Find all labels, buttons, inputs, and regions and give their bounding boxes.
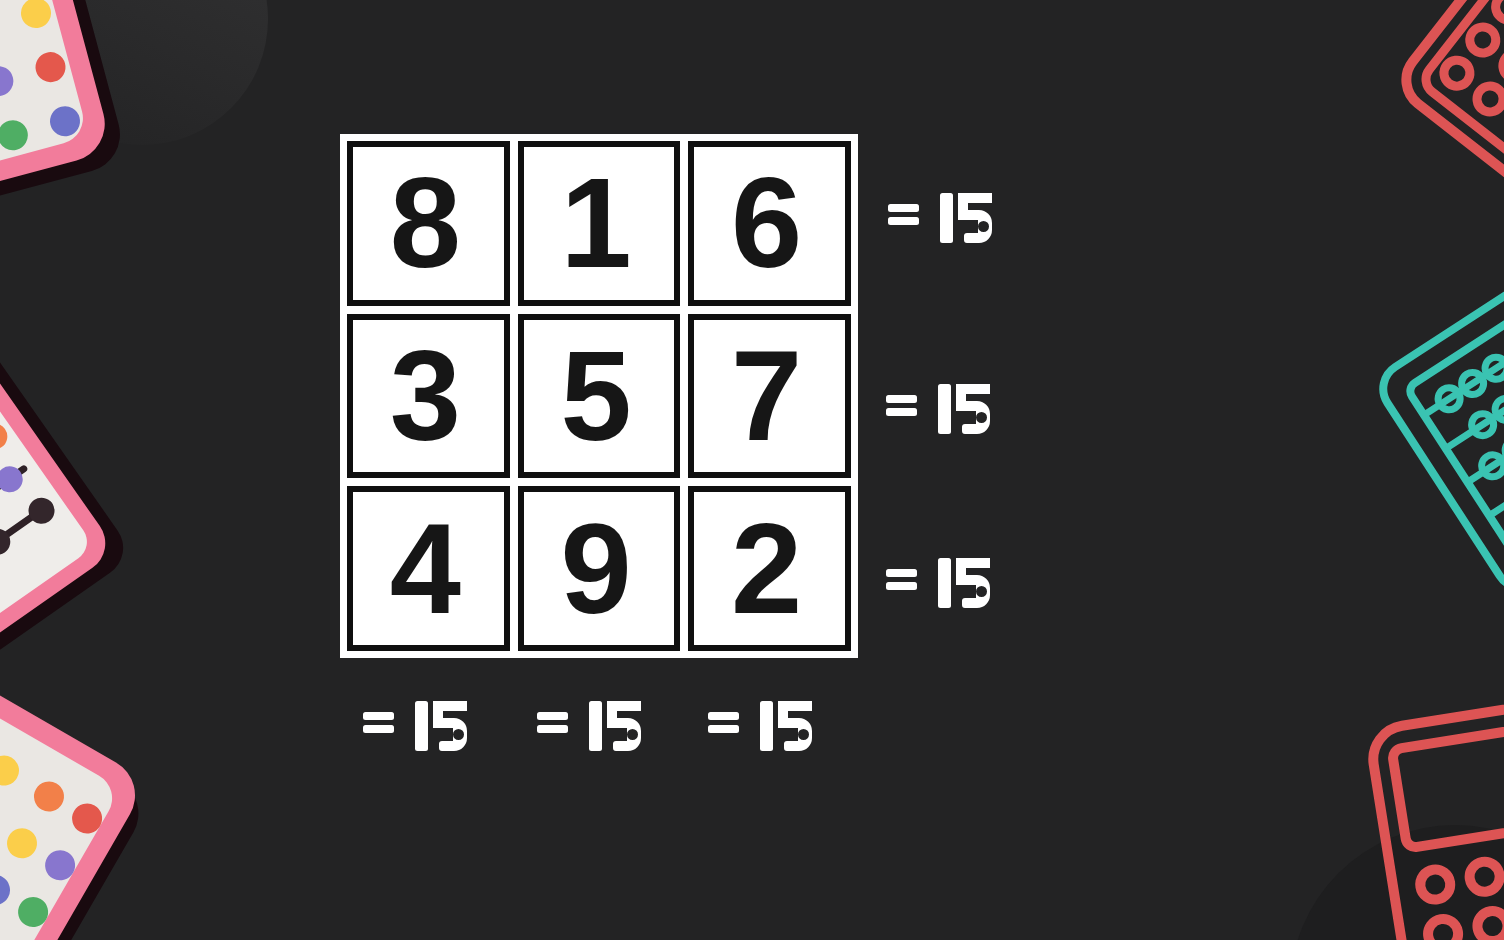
abacus-bead: [23, 493, 59, 529]
row-1-sum-label: [888, 193, 992, 243]
calculator-face: [0, 689, 122, 940]
calculator-button-dot: [2, 823, 43, 864]
calculator-button-dot: [0, 117, 31, 154]
magic-square-board: 8 1 6 3 5 7 4 9 2: [340, 134, 858, 658]
calculator-button-dot: [0, 9, 2, 46]
calculator-button-dot: [47, 103, 84, 140]
calculator-button-dot: [0, 750, 24, 791]
calculator-button-dot: [32, 49, 69, 86]
column-1-sum-label: [363, 701, 467, 751]
row-3-sum-label: [886, 558, 990, 608]
cell-r3c2: 9: [518, 486, 681, 651]
abacus-bead-orange: [0, 418, 12, 454]
cell-r1c3: 6: [688, 141, 851, 306]
calculator-face: [0, 0, 89, 194]
row-2-sum-label: [886, 384, 990, 434]
cell-r1c2: 1: [518, 141, 681, 306]
red-outline-calculator-icon: [1386, 0, 1504, 234]
cell-r3c1: 4: [347, 486, 510, 651]
cell-r2c2: 5: [518, 314, 681, 479]
calculator-button-dot: [0, 63, 17, 100]
calculator-button-dot: [18, 0, 55, 31]
pink-calculator-icon: [0, 661, 149, 940]
column-3-sum-label: [708, 701, 812, 751]
cell-r2c1: 3: [347, 314, 510, 479]
cell-r3c3: 2: [688, 486, 851, 651]
calculator-button-dot: [0, 870, 15, 911]
column-2-sum-label: [537, 701, 641, 751]
abacus-face: [0, 327, 95, 649]
teal-outline-abacus-icon: [1365, 254, 1504, 606]
calculator-button-dot: [29, 776, 70, 817]
calculator-button-dot: [67, 798, 108, 839]
cell-r2c3: 7: [688, 314, 851, 479]
magic-square-puzzle-screen: 8 1 6 3 5 7 4 9 2: [0, 0, 1504, 940]
calculator-button-dot: [40, 845, 81, 886]
pink-abacus-icon: [0, 305, 117, 671]
cell-r1c1: 8: [347, 141, 510, 306]
calculator-button-dot: [13, 892, 54, 933]
